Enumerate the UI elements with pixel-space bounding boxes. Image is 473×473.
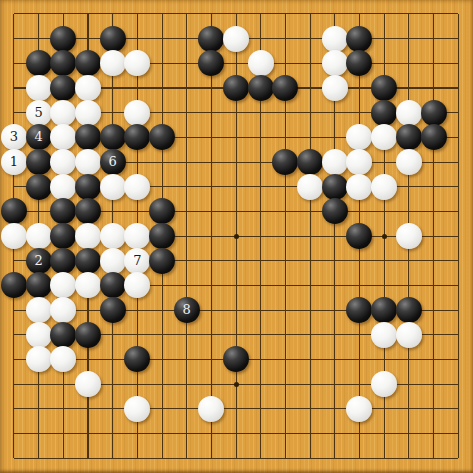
board-point[interactable] xyxy=(150,347,175,372)
board-point[interactable] xyxy=(100,26,125,51)
board-point[interactable] xyxy=(322,125,347,150)
board-point[interactable] xyxy=(150,446,175,471)
board-point[interactable] xyxy=(125,2,150,27)
board-point[interactable] xyxy=(76,224,101,249)
board-point[interactable] xyxy=(372,248,397,273)
board-point[interactable] xyxy=(397,421,422,446)
board-point[interactable] xyxy=(26,199,51,224)
board-point[interactable] xyxy=(322,248,347,273)
board-point[interactable] xyxy=(372,322,397,347)
board-point[interactable] xyxy=(174,2,199,27)
board-point[interactable] xyxy=(199,397,224,422)
board-point[interactable] xyxy=(397,125,422,150)
board-point[interactable] xyxy=(125,174,150,199)
board-point[interactable] xyxy=(298,51,323,76)
board-point[interactable] xyxy=(298,347,323,372)
board-point[interactable] xyxy=(76,322,101,347)
board-point[interactable] xyxy=(446,100,471,125)
board-point[interactable] xyxy=(298,199,323,224)
board-point[interactable] xyxy=(322,446,347,471)
board-point[interactable] xyxy=(248,322,273,347)
board-point[interactable] xyxy=(322,322,347,347)
board-point[interactable] xyxy=(446,224,471,249)
board-point[interactable] xyxy=(51,298,76,323)
board-point[interactable] xyxy=(273,273,298,298)
board-point[interactable] xyxy=(51,76,76,101)
board-point[interactable] xyxy=(51,125,76,150)
board-point[interactable] xyxy=(421,26,446,51)
board-point[interactable] xyxy=(199,446,224,471)
board-point[interactable] xyxy=(347,125,372,150)
board-point[interactable] xyxy=(100,51,125,76)
board-point[interactable] xyxy=(51,273,76,298)
board-point[interactable] xyxy=(446,421,471,446)
board-point[interactable] xyxy=(347,322,372,347)
board-point[interactable] xyxy=(51,397,76,422)
board-point[interactable] xyxy=(224,174,249,199)
board-point[interactable] xyxy=(347,273,372,298)
board-point[interactable] xyxy=(322,298,347,323)
board-point[interactable] xyxy=(322,174,347,199)
board-point[interactable] xyxy=(421,100,446,125)
board-point[interactable]: 6 xyxy=(100,150,125,175)
board-point[interactable] xyxy=(125,224,150,249)
board-point[interactable] xyxy=(347,372,372,397)
board-point[interactable] xyxy=(273,224,298,249)
board-point[interactable] xyxy=(199,199,224,224)
board-point[interactable] xyxy=(100,347,125,372)
board-point[interactable] xyxy=(100,446,125,471)
board-point[interactable] xyxy=(2,347,27,372)
board-point[interactable] xyxy=(51,150,76,175)
board-point[interactable] xyxy=(397,224,422,249)
board-point[interactable] xyxy=(51,224,76,249)
board-point[interactable] xyxy=(100,2,125,27)
board-point[interactable] xyxy=(174,273,199,298)
board-point[interactable] xyxy=(2,26,27,51)
board-point[interactable] xyxy=(199,51,224,76)
board-point[interactable] xyxy=(273,248,298,273)
board-point[interactable] xyxy=(273,150,298,175)
board-point[interactable] xyxy=(100,199,125,224)
board-point[interactable] xyxy=(273,421,298,446)
board-point[interactable] xyxy=(199,76,224,101)
board-point[interactable] xyxy=(150,322,175,347)
board-point[interactable] xyxy=(199,347,224,372)
board-point[interactable] xyxy=(125,51,150,76)
board-point[interactable] xyxy=(397,273,422,298)
board-point[interactable] xyxy=(150,76,175,101)
board-point[interactable] xyxy=(76,51,101,76)
board-point[interactable] xyxy=(322,2,347,27)
board-point[interactable]: 8 xyxy=(174,298,199,323)
board-point[interactable] xyxy=(125,421,150,446)
board-point[interactable] xyxy=(125,100,150,125)
board-point[interactable] xyxy=(248,273,273,298)
board-point[interactable] xyxy=(273,125,298,150)
board-point[interactable] xyxy=(322,76,347,101)
board-point[interactable] xyxy=(248,224,273,249)
board-point[interactable] xyxy=(397,298,422,323)
board-point[interactable] xyxy=(347,150,372,175)
board-point[interactable] xyxy=(347,248,372,273)
board-point[interactable] xyxy=(224,26,249,51)
board-point[interactable] xyxy=(322,397,347,422)
board-point[interactable] xyxy=(224,347,249,372)
board-point[interactable] xyxy=(298,174,323,199)
board-point[interactable] xyxy=(322,347,347,372)
board-point[interactable] xyxy=(174,199,199,224)
board-point[interactable] xyxy=(421,199,446,224)
board-point[interactable] xyxy=(199,298,224,323)
board-point[interactable] xyxy=(2,298,27,323)
board-point[interactable] xyxy=(51,421,76,446)
board-point[interactable] xyxy=(347,421,372,446)
board-point[interactable] xyxy=(150,298,175,323)
board-point[interactable] xyxy=(273,347,298,372)
board-point[interactable] xyxy=(397,150,422,175)
board-point[interactable] xyxy=(421,150,446,175)
board-point[interactable] xyxy=(51,174,76,199)
board-point[interactable] xyxy=(347,298,372,323)
board-point[interactable] xyxy=(397,446,422,471)
board-point[interactable] xyxy=(347,347,372,372)
board-point[interactable] xyxy=(174,100,199,125)
board-point[interactable] xyxy=(248,248,273,273)
board-point[interactable] xyxy=(273,446,298,471)
board-point[interactable] xyxy=(421,2,446,27)
board-point[interactable] xyxy=(298,224,323,249)
board-point[interactable] xyxy=(224,100,249,125)
board-point[interactable] xyxy=(224,125,249,150)
board-point[interactable] xyxy=(199,372,224,397)
board-point[interactable] xyxy=(76,446,101,471)
board-point[interactable] xyxy=(298,76,323,101)
board-point[interactable] xyxy=(199,248,224,273)
board-point[interactable] xyxy=(100,76,125,101)
board-point[interactable] xyxy=(125,273,150,298)
board-point[interactable] xyxy=(150,51,175,76)
board-point[interactable] xyxy=(2,2,27,27)
board-point[interactable] xyxy=(347,446,372,471)
board-point[interactable] xyxy=(298,2,323,27)
board-point[interactable] xyxy=(2,248,27,273)
board-point[interactable] xyxy=(26,2,51,27)
board-point[interactable] xyxy=(446,446,471,471)
board-point[interactable] xyxy=(2,174,27,199)
board-point[interactable] xyxy=(224,248,249,273)
board-point[interactable] xyxy=(224,2,249,27)
board-point[interactable] xyxy=(347,2,372,27)
board-point[interactable] xyxy=(322,273,347,298)
board-point[interactable] xyxy=(446,51,471,76)
board-point[interactable] xyxy=(174,174,199,199)
board-point[interactable]: 7 xyxy=(125,248,150,273)
board-point[interactable] xyxy=(51,322,76,347)
board-point[interactable] xyxy=(76,397,101,422)
board-point[interactable] xyxy=(174,397,199,422)
board-point[interactable] xyxy=(26,397,51,422)
board-point[interactable] xyxy=(26,446,51,471)
board-point[interactable] xyxy=(372,446,397,471)
board-point[interactable] xyxy=(150,224,175,249)
board-point[interactable] xyxy=(224,224,249,249)
board-point[interactable] xyxy=(51,199,76,224)
board-point[interactable] xyxy=(100,421,125,446)
board-point[interactable] xyxy=(372,174,397,199)
board-point[interactable] xyxy=(150,174,175,199)
board-point[interactable] xyxy=(100,125,125,150)
board-point[interactable]: 1 xyxy=(2,150,27,175)
board-point[interactable] xyxy=(100,273,125,298)
board-point[interactable] xyxy=(150,2,175,27)
board-point[interactable]: 2 xyxy=(26,248,51,273)
board-point[interactable] xyxy=(298,125,323,150)
board-point[interactable] xyxy=(174,347,199,372)
board-point[interactable] xyxy=(2,100,27,125)
board-point[interactable] xyxy=(298,248,323,273)
board-point[interactable] xyxy=(397,248,422,273)
board-point[interactable] xyxy=(51,2,76,27)
board-point[interactable] xyxy=(347,397,372,422)
board-point[interactable] xyxy=(26,51,51,76)
board-point[interactable] xyxy=(76,273,101,298)
board-point[interactable] xyxy=(100,224,125,249)
board-point[interactable] xyxy=(199,322,224,347)
board-point[interactable] xyxy=(199,150,224,175)
board-point[interactable] xyxy=(347,76,372,101)
board-point[interactable] xyxy=(322,199,347,224)
board-point[interactable] xyxy=(273,322,298,347)
board-point[interactable] xyxy=(273,51,298,76)
board-point[interactable] xyxy=(174,26,199,51)
board-point[interactable] xyxy=(224,372,249,397)
board-point[interactable] xyxy=(273,174,298,199)
board-point[interactable] xyxy=(26,347,51,372)
board-point[interactable] xyxy=(76,347,101,372)
board-point[interactable] xyxy=(174,51,199,76)
board-point[interactable] xyxy=(51,248,76,273)
board-point[interactable] xyxy=(421,76,446,101)
board-point[interactable] xyxy=(446,150,471,175)
board-point[interactable] xyxy=(248,446,273,471)
board-point[interactable] xyxy=(421,298,446,323)
board-point[interactable] xyxy=(372,224,397,249)
board-point[interactable] xyxy=(397,76,422,101)
board-point[interactable] xyxy=(273,397,298,422)
board-point[interactable] xyxy=(26,174,51,199)
board-point[interactable] xyxy=(248,347,273,372)
board-point[interactable] xyxy=(150,26,175,51)
board-point[interactable] xyxy=(273,2,298,27)
board-point[interactable] xyxy=(224,446,249,471)
board-point[interactable] xyxy=(446,298,471,323)
board-point[interactable] xyxy=(174,76,199,101)
board-point[interactable] xyxy=(322,224,347,249)
board-point[interactable] xyxy=(298,446,323,471)
board-point[interactable] xyxy=(224,298,249,323)
board-point[interactable] xyxy=(125,397,150,422)
board-point[interactable] xyxy=(199,421,224,446)
board-point[interactable] xyxy=(446,347,471,372)
board-point[interactable] xyxy=(372,347,397,372)
board-point[interactable] xyxy=(397,322,422,347)
board-point[interactable] xyxy=(248,397,273,422)
board-point[interactable] xyxy=(421,347,446,372)
board-point[interactable] xyxy=(51,51,76,76)
board-point[interactable] xyxy=(174,446,199,471)
board-point[interactable] xyxy=(372,397,397,422)
board-point[interactable] xyxy=(125,372,150,397)
board-point[interactable] xyxy=(446,372,471,397)
board-point[interactable] xyxy=(372,100,397,125)
board-point[interactable] xyxy=(446,397,471,422)
board-point[interactable] xyxy=(150,273,175,298)
board-point[interactable] xyxy=(2,273,27,298)
board-point[interactable] xyxy=(125,150,150,175)
board-point[interactable] xyxy=(248,372,273,397)
board-point[interactable] xyxy=(446,248,471,273)
board-point[interactable] xyxy=(347,224,372,249)
board-point[interactable] xyxy=(273,100,298,125)
board-point[interactable] xyxy=(174,372,199,397)
board-point[interactable] xyxy=(248,125,273,150)
board-point[interactable] xyxy=(397,372,422,397)
board-point[interactable] xyxy=(372,76,397,101)
board-point[interactable] xyxy=(76,298,101,323)
board-point[interactable] xyxy=(421,174,446,199)
board-point[interactable]: 4 xyxy=(26,125,51,150)
board-point[interactable] xyxy=(322,372,347,397)
board-point[interactable] xyxy=(125,322,150,347)
board-point[interactable] xyxy=(76,125,101,150)
board-point[interactable] xyxy=(76,372,101,397)
board-point[interactable] xyxy=(397,26,422,51)
board-point[interactable] xyxy=(76,150,101,175)
board-point[interactable] xyxy=(224,150,249,175)
board-point[interactable] xyxy=(76,421,101,446)
board-point[interactable] xyxy=(273,298,298,323)
board-point[interactable] xyxy=(2,372,27,397)
board-point[interactable] xyxy=(372,125,397,150)
board-point[interactable] xyxy=(199,174,224,199)
board-point[interactable] xyxy=(421,125,446,150)
board-point[interactable] xyxy=(2,421,27,446)
board-point[interactable] xyxy=(174,421,199,446)
board-point[interactable] xyxy=(174,322,199,347)
board-point[interactable] xyxy=(2,322,27,347)
board-point[interactable] xyxy=(76,248,101,273)
board-point[interactable] xyxy=(150,150,175,175)
board-point[interactable] xyxy=(298,273,323,298)
board-point[interactable] xyxy=(397,397,422,422)
board-point[interactable] xyxy=(199,125,224,150)
board-point[interactable] xyxy=(26,76,51,101)
board-point[interactable] xyxy=(76,2,101,27)
board-point[interactable] xyxy=(248,2,273,27)
board-point[interactable] xyxy=(298,421,323,446)
board-point[interactable] xyxy=(2,397,27,422)
board-point[interactable] xyxy=(248,174,273,199)
board-point[interactable] xyxy=(150,125,175,150)
board-point[interactable] xyxy=(76,199,101,224)
board-point[interactable] xyxy=(421,372,446,397)
board-point[interactable] xyxy=(347,199,372,224)
board-point[interactable] xyxy=(322,421,347,446)
board-point[interactable] xyxy=(421,51,446,76)
board-point[interactable] xyxy=(100,372,125,397)
board-point[interactable] xyxy=(322,150,347,175)
board-point[interactable] xyxy=(125,446,150,471)
board-point[interactable] xyxy=(372,298,397,323)
board-point[interactable] xyxy=(397,199,422,224)
board-point[interactable] xyxy=(125,76,150,101)
board-point[interactable] xyxy=(298,150,323,175)
board-point[interactable] xyxy=(248,298,273,323)
board-point[interactable] xyxy=(347,100,372,125)
board-point[interactable] xyxy=(248,421,273,446)
board-point[interactable] xyxy=(347,174,372,199)
board-point[interactable] xyxy=(298,397,323,422)
board-point[interactable] xyxy=(446,125,471,150)
board-point[interactable] xyxy=(51,347,76,372)
board-point[interactable] xyxy=(322,26,347,51)
board-point[interactable] xyxy=(51,446,76,471)
board-point[interactable] xyxy=(421,397,446,422)
board-point[interactable] xyxy=(51,26,76,51)
board-point[interactable] xyxy=(76,26,101,51)
board-point[interactable]: 3 xyxy=(2,125,27,150)
board-point[interactable] xyxy=(100,298,125,323)
board-point[interactable] xyxy=(298,372,323,397)
board-point[interactable] xyxy=(125,26,150,51)
board-point[interactable] xyxy=(199,100,224,125)
board-point[interactable] xyxy=(100,174,125,199)
board-point[interactable] xyxy=(224,397,249,422)
board-point[interactable] xyxy=(322,100,347,125)
board-point[interactable] xyxy=(125,199,150,224)
board-point[interactable] xyxy=(26,298,51,323)
board-point[interactable] xyxy=(150,421,175,446)
board-point[interactable] xyxy=(248,51,273,76)
board-point[interactable] xyxy=(174,125,199,150)
board-point[interactable] xyxy=(273,26,298,51)
board-point[interactable] xyxy=(421,273,446,298)
board-point[interactable] xyxy=(150,372,175,397)
board-point[interactable] xyxy=(372,199,397,224)
board-point[interactable] xyxy=(100,322,125,347)
board-point[interactable] xyxy=(372,51,397,76)
board-point[interactable] xyxy=(125,347,150,372)
board-point[interactable] xyxy=(26,273,51,298)
board-point[interactable] xyxy=(76,100,101,125)
board-point[interactable] xyxy=(26,150,51,175)
board-point[interactable] xyxy=(150,397,175,422)
board-point[interactable] xyxy=(273,372,298,397)
board-point[interactable] xyxy=(397,174,422,199)
board-point[interactable] xyxy=(100,100,125,125)
board-point[interactable] xyxy=(224,322,249,347)
board-point[interactable] xyxy=(298,322,323,347)
board-point[interactable] xyxy=(248,150,273,175)
board-point[interactable] xyxy=(446,322,471,347)
board-point[interactable] xyxy=(26,372,51,397)
board-point[interactable] xyxy=(2,76,27,101)
board-point[interactable] xyxy=(51,372,76,397)
board-point[interactable] xyxy=(446,199,471,224)
board-point[interactable] xyxy=(224,199,249,224)
board-point[interactable] xyxy=(446,76,471,101)
